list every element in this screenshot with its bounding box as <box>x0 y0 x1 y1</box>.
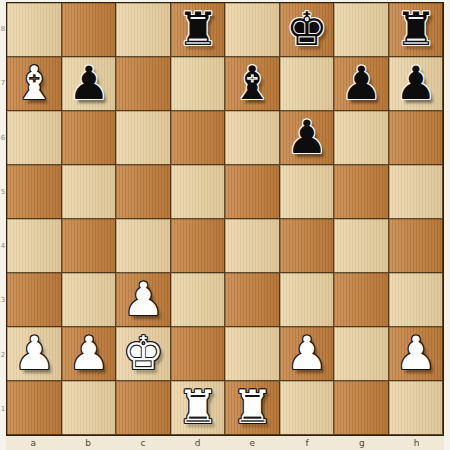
piece-black-pawn[interactable]: ♟ <box>341 60 382 106</box>
piece-black-pawn[interactable]: ♟ <box>395 60 436 106</box>
square-f6[interactable]: ♟ <box>280 111 335 165</box>
square-e6[interactable] <box>225 111 280 165</box>
square-h6[interactable] <box>389 111 444 165</box>
square-f3[interactable] <box>280 273 335 327</box>
square-h5[interactable] <box>389 165 444 219</box>
rank-label-7: 7 <box>0 56 6 110</box>
rank-label-5: 5 <box>0 165 6 219</box>
square-h8[interactable]: ♜ <box>389 3 444 57</box>
square-c7[interactable] <box>116 57 171 111</box>
square-b4[interactable] <box>62 219 117 273</box>
square-g3[interactable] <box>334 273 389 327</box>
square-e3[interactable] <box>225 273 280 327</box>
square-a8[interactable] <box>7 3 62 57</box>
square-e8[interactable] <box>225 3 280 57</box>
piece-white-pawn[interactable]: ♟ <box>68 330 109 376</box>
square-c4[interactable] <box>116 219 171 273</box>
piece-white-king[interactable]: ♚ <box>123 330 164 376</box>
piece-black-pawn[interactable]: ♟ <box>286 114 327 160</box>
rank-label-1: 1 <box>0 382 6 436</box>
square-a6[interactable] <box>7 111 62 165</box>
piece-white-pawn[interactable]: ♟ <box>14 330 55 376</box>
square-b1[interactable] <box>62 381 117 435</box>
square-b7[interactable]: ♟ <box>62 57 117 111</box>
rank-labels: 87654321 <box>0 2 6 436</box>
chess-board-wrapper: 87654321 ♜♚♜♝♟♝♟♟♟♟♟♟♚♟♟♜♜ abcdefgh <box>0 0 450 450</box>
square-e4[interactable] <box>225 219 280 273</box>
square-c5[interactable] <box>116 165 171 219</box>
square-d1[interactable]: ♜ <box>171 381 226 435</box>
rank-label-6: 6 <box>0 111 6 165</box>
square-d7[interactable] <box>171 57 226 111</box>
file-label-c: c <box>116 436 171 450</box>
square-h2[interactable]: ♟ <box>389 327 444 381</box>
square-b5[interactable] <box>62 165 117 219</box>
file-label-f: f <box>280 436 335 450</box>
square-c1[interactable] <box>116 381 171 435</box>
file-labels: abcdefgh <box>6 436 444 450</box>
rank-label-2: 2 <box>0 328 6 382</box>
square-g4[interactable] <box>334 219 389 273</box>
piece-black-king[interactable]: ♚ <box>286 6 327 52</box>
square-f5[interactable] <box>280 165 335 219</box>
square-d3[interactable] <box>171 273 226 327</box>
square-d8[interactable]: ♜ <box>171 3 226 57</box>
square-c2[interactable]: ♚ <box>116 327 171 381</box>
square-e7[interactable]: ♝ <box>225 57 280 111</box>
square-a7[interactable]: ♝ <box>7 57 62 111</box>
square-g8[interactable] <box>334 3 389 57</box>
square-f1[interactable] <box>280 381 335 435</box>
piece-white-rook[interactable]: ♜ <box>177 384 218 430</box>
square-c8[interactable] <box>116 3 171 57</box>
piece-white-pawn[interactable]: ♟ <box>123 276 164 322</box>
piece-white-bishop[interactable]: ♝ <box>14 60 55 106</box>
square-d6[interactable] <box>171 111 226 165</box>
square-g2[interactable] <box>334 327 389 381</box>
piece-white-pawn[interactable]: ♟ <box>286 330 327 376</box>
square-g6[interactable] <box>334 111 389 165</box>
file-label-h: h <box>389 436 444 450</box>
piece-white-rook[interactable]: ♜ <box>232 384 273 430</box>
square-a2[interactable]: ♟ <box>7 327 62 381</box>
square-d5[interactable] <box>171 165 226 219</box>
square-e1[interactable]: ♜ <box>225 381 280 435</box>
square-b6[interactable] <box>62 111 117 165</box>
piece-white-pawn[interactable]: ♟ <box>395 330 436 376</box>
piece-black-rook[interactable]: ♜ <box>395 6 436 52</box>
square-f8[interactable]: ♚ <box>280 3 335 57</box>
square-a5[interactable] <box>7 165 62 219</box>
file-label-a: a <box>6 436 61 450</box>
square-a1[interactable] <box>7 381 62 435</box>
square-b3[interactable] <box>62 273 117 327</box>
square-h3[interactable] <box>389 273 444 327</box>
square-c6[interactable] <box>116 111 171 165</box>
square-e2[interactable] <box>225 327 280 381</box>
file-label-b: b <box>61 436 116 450</box>
square-d4[interactable] <box>171 219 226 273</box>
piece-black-rook[interactable]: ♜ <box>177 6 218 52</box>
rank-label-3: 3 <box>0 273 6 327</box>
square-d2[interactable] <box>171 327 226 381</box>
square-h7[interactable]: ♟ <box>389 57 444 111</box>
piece-black-pawn[interactable]: ♟ <box>68 60 109 106</box>
square-f4[interactable] <box>280 219 335 273</box>
square-a3[interactable] <box>7 273 62 327</box>
rank-label-4: 4 <box>0 219 6 273</box>
file-label-e: e <box>225 436 280 450</box>
square-g7[interactable]: ♟ <box>334 57 389 111</box>
square-e5[interactable] <box>225 165 280 219</box>
file-label-g: g <box>335 436 390 450</box>
square-b2[interactable]: ♟ <box>62 327 117 381</box>
chess-board[interactable]: ♜♚♜♝♟♝♟♟♟♟♟♟♚♟♟♜♜ <box>6 2 444 436</box>
square-c3[interactable]: ♟ <box>116 273 171 327</box>
square-f2[interactable]: ♟ <box>280 327 335 381</box>
square-a4[interactable] <box>7 219 62 273</box>
square-h4[interactable] <box>389 219 444 273</box>
square-g1[interactable] <box>334 381 389 435</box>
square-f7[interactable] <box>280 57 335 111</box>
rank-label-8: 8 <box>0 2 6 56</box>
square-g5[interactable] <box>334 165 389 219</box>
piece-black-bishop[interactable]: ♝ <box>232 60 273 106</box>
square-b8[interactable] <box>62 3 117 57</box>
file-label-d: d <box>170 436 225 450</box>
square-h1[interactable] <box>389 381 444 435</box>
